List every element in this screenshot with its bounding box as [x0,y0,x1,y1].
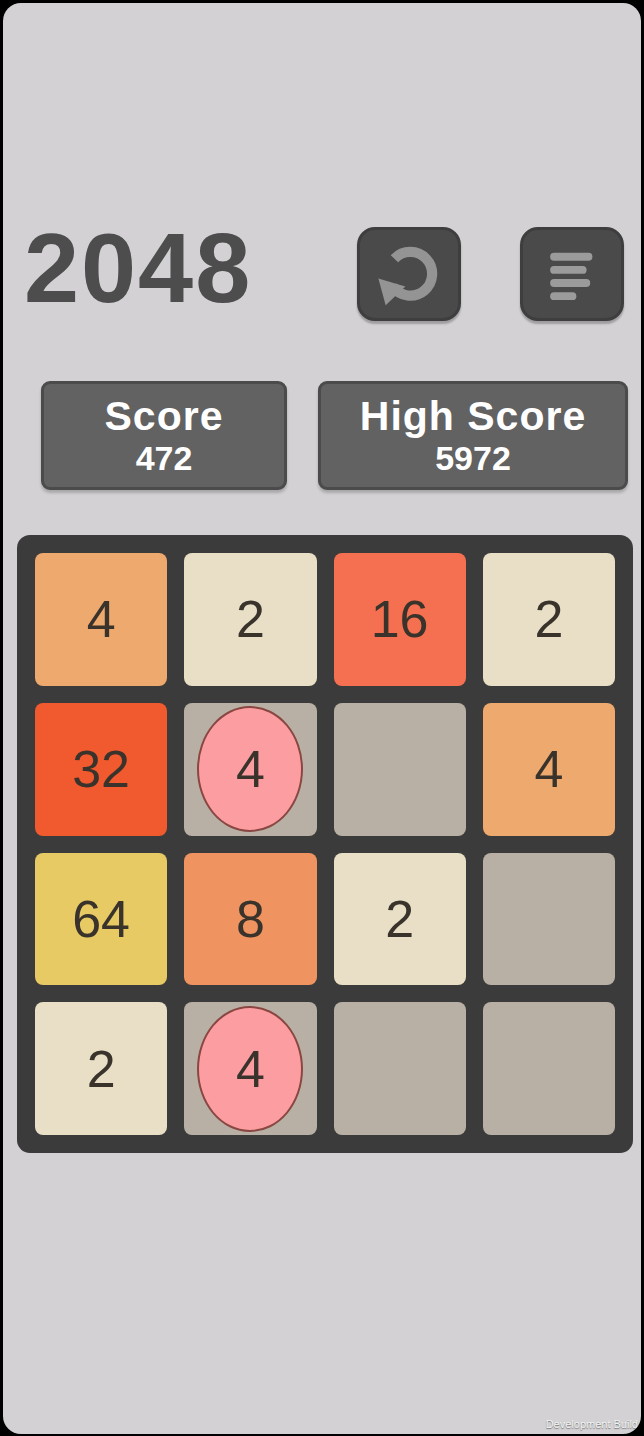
spawn-tile-4: 4 [197,1006,303,1132]
high-score-label: High Score [321,393,625,440]
board-cell-empty [483,1002,615,1135]
board-cell-empty [334,1002,466,1135]
tile-2: 2 [334,853,466,986]
spawn-tile-4: 4 [197,706,303,832]
tile-16: 16 [334,553,466,686]
high-score-box: High Score 5972 [318,381,628,490]
board-cell-empty [334,703,466,836]
menu-icon [537,239,607,309]
tile-2: 2 [483,553,615,686]
app-title: 2048 [24,216,252,320]
tile-64: 64 [35,853,167,986]
tile-2: 2 [35,1002,167,1135]
tile-2: 2 [184,553,316,686]
score-label: Score [44,393,284,440]
tile-32: 32 [35,703,167,836]
phone-screen: 2048 Score 472 High Score 5972 421623244… [3,3,641,1434]
game-board[interactable]: 421623244648224 [17,535,633,1153]
board-cell-empty [483,853,615,986]
tile-4: 4 [35,553,167,686]
tile-8: 8 [184,853,316,986]
high-score-value: 5972 [321,440,625,477]
development-build-watermark: Development Build [546,1418,638,1430]
board-cell: 4 [184,1002,316,1135]
restart-icon [374,239,444,309]
score-value: 472 [44,440,284,477]
menu-button[interactable] [520,227,624,321]
tile-4: 4 [483,703,615,836]
board-cell: 4 [184,703,316,836]
score-box: Score 472 [41,381,287,490]
restart-button[interactable] [357,227,461,321]
